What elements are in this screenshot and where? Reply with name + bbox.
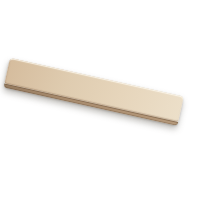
product-photo	[0, 0, 200, 200]
mancala-board	[4, 58, 184, 126]
